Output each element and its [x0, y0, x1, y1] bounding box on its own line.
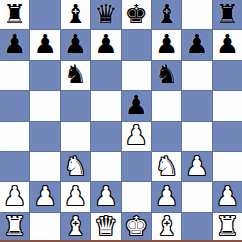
square-h6[interactable] — [213, 61, 242, 90]
square-b6[interactable] — [30, 61, 59, 90]
square-f8[interactable]: ♝ — [152, 0, 181, 29]
square-e2[interactable] — [122, 182, 151, 211]
white-bishop[interactable]: ♝ — [64, 213, 87, 239]
square-a2[interactable]: ♟ — [0, 182, 29, 211]
square-f4[interactable] — [152, 122, 181, 151]
square-f7[interactable]: ♟ — [152, 30, 181, 59]
square-e4[interactable]: ♟ — [122, 122, 151, 151]
square-c1[interactable]: ♝ — [61, 213, 90, 242]
black-pawn[interactable]: ♟ — [64, 31, 87, 57]
square-h2[interactable]: ♟ — [213, 182, 242, 211]
square-a4[interactable] — [0, 122, 29, 151]
white-king[interactable]: ♚ — [125, 213, 148, 239]
square-e7[interactable] — [122, 30, 151, 59]
square-f1[interactable]: ♝ — [152, 213, 181, 242]
square-a5[interactable] — [0, 91, 29, 120]
square-h7[interactable]: ♟ — [213, 30, 242, 59]
square-f2[interactable]: ♟ — [152, 182, 181, 211]
square-e5[interactable]: ♟ — [122, 91, 151, 120]
white-knight[interactable]: ♞ — [64, 153, 87, 179]
square-h8[interactable]: ♜ — [213, 0, 242, 29]
square-b3[interactable] — [30, 152, 59, 181]
square-g7[interactable]: ♟ — [182, 30, 211, 59]
square-h5[interactable] — [213, 91, 242, 120]
square-e3[interactable] — [122, 152, 151, 181]
square-c6[interactable]: ♞ — [61, 61, 90, 90]
white-pawn[interactable]: ♟ — [3, 183, 26, 209]
square-g6[interactable] — [182, 61, 211, 90]
black-knight[interactable]: ♞ — [155, 61, 178, 87]
black-king[interactable]: ♚ — [125, 1, 148, 27]
square-g4[interactable] — [182, 122, 211, 151]
square-h4[interactable] — [213, 122, 242, 151]
square-b1[interactable] — [30, 213, 59, 242]
square-b4[interactable] — [30, 122, 59, 151]
black-queen[interactable]: ♛ — [94, 1, 117, 27]
square-c7[interactable]: ♟ — [61, 30, 90, 59]
square-g1[interactable] — [182, 213, 211, 242]
black-rook[interactable]: ♜ — [3, 1, 26, 27]
white-pawn[interactable]: ♟ — [33, 183, 56, 209]
white-knight[interactable]: ♞ — [155, 153, 178, 179]
square-g3[interactable]: ♟ — [182, 152, 211, 181]
square-a1[interactable]: ♜ — [0, 213, 29, 242]
black-pawn[interactable]: ♟ — [216, 31, 239, 57]
white-queen[interactable]: ♛ — [94, 213, 117, 239]
square-a7[interactable]: ♟ — [0, 30, 29, 59]
black-pawn[interactable]: ♟ — [3, 31, 26, 57]
square-d5[interactable] — [91, 91, 120, 120]
square-e6[interactable] — [122, 61, 151, 90]
square-a3[interactable] — [0, 152, 29, 181]
square-f6[interactable]: ♞ — [152, 61, 181, 90]
black-bishop[interactable]: ♝ — [155, 1, 178, 27]
square-c2[interactable]: ♟ — [61, 182, 90, 211]
white-rook[interactable]: ♜ — [216, 213, 239, 239]
square-f3[interactable]: ♞ — [152, 152, 181, 181]
square-c4[interactable] — [61, 122, 90, 151]
square-c8[interactable]: ♝ — [61, 0, 90, 29]
white-pawn[interactable]: ♟ — [64, 183, 87, 209]
square-e8[interactable]: ♚ — [122, 0, 151, 29]
black-pawn[interactable]: ♟ — [125, 92, 148, 118]
square-f5[interactable] — [152, 91, 181, 120]
square-d4[interactable] — [91, 122, 120, 151]
square-b2[interactable]: ♟ — [30, 182, 59, 211]
white-bishop[interactable]: ♝ — [155, 213, 178, 239]
square-b7[interactable]: ♟ — [30, 30, 59, 59]
white-pawn[interactable]: ♟ — [155, 183, 178, 209]
white-pawn[interactable]: ♟ — [216, 183, 239, 209]
square-d1[interactable]: ♛ — [91, 213, 120, 242]
black-pawn[interactable]: ♟ — [33, 31, 56, 57]
square-b8[interactable] — [30, 0, 59, 29]
square-a6[interactable] — [0, 61, 29, 90]
square-h1[interactable]: ♜ — [213, 213, 242, 242]
black-pawn[interactable]: ♟ — [185, 31, 208, 57]
square-h3[interactable] — [213, 152, 242, 181]
square-e1[interactable]: ♚ — [122, 213, 151, 242]
square-a8[interactable]: ♜ — [0, 0, 29, 29]
white-pawn[interactable]: ♟ — [185, 153, 208, 179]
black-pawn[interactable]: ♟ — [155, 31, 178, 57]
black-knight[interactable]: ♞ — [64, 61, 87, 87]
square-c5[interactable] — [61, 91, 90, 120]
white-pawn[interactable]: ♟ — [94, 183, 117, 209]
square-d3[interactable] — [91, 152, 120, 181]
square-g5[interactable] — [182, 91, 211, 120]
square-d6[interactable] — [91, 61, 120, 90]
square-b5[interactable] — [30, 91, 59, 120]
square-d2[interactable]: ♟ — [91, 182, 120, 211]
chess-board-wrap: ♜♝♛♚♝♜♟♟♟♟♟♟♟♞♞♟♟♞♞♟♟♟♟♟♟♟♜♝♛♚♝♜ — [0, 0, 242, 242]
square-g2[interactable] — [182, 182, 211, 211]
square-d8[interactable]: ♛ — [91, 0, 120, 29]
square-d7[interactable]: ♟ — [91, 30, 120, 59]
white-pawn[interactable]: ♟ — [125, 122, 148, 148]
square-c3[interactable]: ♞ — [61, 152, 90, 181]
white-rook[interactable]: ♜ — [3, 213, 26, 239]
square-g8[interactable] — [182, 0, 211, 29]
black-rook[interactable]: ♜ — [216, 1, 239, 27]
black-bishop[interactable]: ♝ — [64, 1, 87, 27]
chess-board: ♜♝♛♚♝♜♟♟♟♟♟♟♟♞♞♟♟♞♞♟♟♟♟♟♟♟♜♝♛♚♝♜ — [0, 0, 242, 242]
black-pawn[interactable]: ♟ — [94, 31, 117, 57]
